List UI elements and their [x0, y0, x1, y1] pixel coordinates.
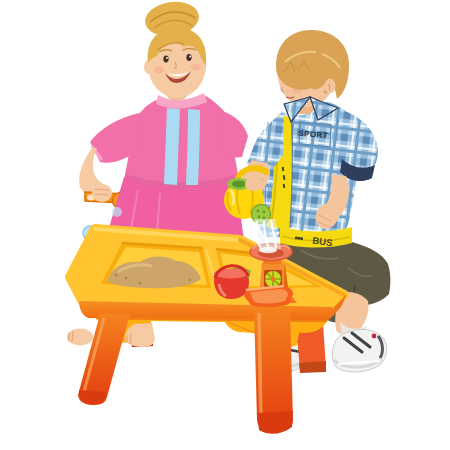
girl-figure — [79, 0, 248, 258]
product-photo: SPORT — [0, 0, 450, 450]
table-leg-front-left — [78, 314, 130, 405]
girl-left-sleeve — [219, 111, 248, 157]
boy-right-hand — [245, 177, 263, 191]
leg-cap — [299, 361, 326, 373]
red-bucket — [214, 266, 249, 299]
girl-shirt-stripe-2 — [186, 109, 200, 185]
girl-foot-left — [67, 329, 93, 346]
leg-cap — [257, 411, 293, 434]
girl-right-hand — [92, 184, 112, 202]
table-leg-front-right — [254, 308, 293, 434]
orange-container — [244, 286, 293, 307]
boy-sneaker-left — [332, 329, 387, 372]
